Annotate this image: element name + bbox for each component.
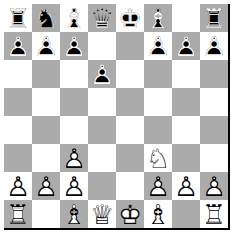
square-a2[interactable]: ♟♙ (4, 172, 32, 200)
black-pawn-outline-glyph: ♙ (200, 32, 228, 60)
square-b3[interactable] (32, 144, 60, 172)
square-h5[interactable] (200, 88, 228, 116)
square-f6[interactable] (144, 60, 172, 88)
square-g4[interactable] (172, 116, 200, 144)
white-king-outline-glyph: ♔ (116, 200, 144, 228)
piece-white-rook[interactable]: ♜♖ (200, 200, 228, 228)
white-bishop-outline-glyph: ♗ (60, 200, 88, 228)
square-b4[interactable] (32, 116, 60, 144)
piece-white-bishop[interactable]: ♝♗ (144, 200, 172, 228)
piece-white-pawn[interactable]: ♟♙ (172, 172, 200, 200)
white-bishop-outline-glyph: ♗ (144, 200, 172, 228)
square-d3[interactable] (88, 144, 116, 172)
square-d1[interactable]: ♛♕ (88, 200, 116, 228)
white-rook-outline-glyph: ♖ (200, 200, 228, 228)
piece-black-pawn[interactable]: ♟♙ (32, 32, 60, 60)
piece-white-bishop[interactable]: ♝♗ (60, 200, 88, 228)
square-g2[interactable]: ♟♙ (172, 172, 200, 200)
white-pawn-outline-glyph: ♙ (200, 172, 228, 200)
square-e5[interactable] (116, 88, 144, 116)
square-g1[interactable] (172, 200, 200, 228)
square-c5[interactable] (60, 88, 88, 116)
white-pawn-outline-glyph: ♙ (60, 172, 88, 200)
black-pawn-outline-glyph: ♙ (88, 60, 116, 88)
square-f8[interactable]: ♝♗ (144, 4, 172, 32)
white-queen-outline-glyph: ♕ (88, 200, 116, 228)
white-rook-outline-glyph: ♖ (4, 200, 32, 228)
square-e4[interactable] (116, 116, 144, 144)
square-a7[interactable]: ♟♙ (4, 32, 32, 60)
square-f1[interactable]: ♝♗ (144, 200, 172, 228)
piece-black-knight[interactable]: ♞♘ (32, 4, 60, 32)
white-knight-outline-glyph: ♘ (144, 144, 172, 172)
square-b6[interactable] (32, 60, 60, 88)
square-c6[interactable] (60, 60, 88, 88)
square-b5[interactable] (32, 88, 60, 116)
square-f3[interactable]: ♞♘ (144, 144, 172, 172)
square-a3[interactable] (4, 144, 32, 172)
piece-black-pawn[interactable]: ♟♙ (60, 32, 88, 60)
square-e3[interactable] (116, 144, 144, 172)
piece-white-pawn[interactable]: ♟♙ (32, 172, 60, 200)
piece-black-rook[interactable]: ♜♖ (200, 4, 228, 32)
square-e2[interactable] (116, 172, 144, 200)
square-f2[interactable]: ♟♙ (144, 172, 172, 200)
square-d7[interactable] (88, 32, 116, 60)
piece-white-pawn[interactable]: ♟♙ (4, 172, 32, 200)
square-h1[interactable]: ♜♖ (200, 200, 228, 228)
square-e6[interactable] (116, 60, 144, 88)
square-c8[interactable]: ♝♗ (60, 4, 88, 32)
square-e1[interactable]: ♚♔ (116, 200, 144, 228)
piece-white-pawn[interactable]: ♟♙ (144, 172, 172, 200)
square-d6[interactable]: ♟♙ (88, 60, 116, 88)
piece-black-queen[interactable]: ♛♕ (88, 4, 116, 32)
piece-black-pawn[interactable]: ♟♙ (172, 32, 200, 60)
square-e7[interactable] (116, 32, 144, 60)
square-c2[interactable]: ♟♙ (60, 172, 88, 200)
square-e8[interactable]: ♚♔ (116, 4, 144, 32)
black-pawn-outline-glyph: ♙ (32, 32, 60, 60)
square-g7[interactable]: ♟♙ (172, 32, 200, 60)
piece-white-queen[interactable]: ♛♕ (88, 200, 116, 228)
piece-black-king[interactable]: ♚♔ (116, 4, 144, 32)
piece-black-pawn[interactable]: ♟♙ (4, 32, 32, 60)
piece-white-rook[interactable]: ♜♖ (4, 200, 32, 228)
square-a6[interactable] (4, 60, 32, 88)
black-pawn-outline-glyph: ♙ (60, 32, 88, 60)
square-h4[interactable] (200, 116, 228, 144)
piece-white-pawn[interactable]: ♟♙ (200, 172, 228, 200)
square-h6[interactable] (200, 60, 228, 88)
square-b8[interactable]: ♞♘ (32, 4, 60, 32)
piece-black-bishop[interactable]: ♝♗ (144, 4, 172, 32)
square-f7[interactable]: ♟♙ (144, 32, 172, 60)
piece-white-pawn[interactable]: ♟♙ (60, 172, 88, 200)
square-a1[interactable]: ♜♖ (4, 200, 32, 228)
square-d2[interactable] (88, 172, 116, 200)
white-pawn-outline-glyph: ♙ (32, 172, 60, 200)
square-g6[interactable] (172, 60, 200, 88)
chess-board-container: ♜♖♞♘♝♗♛♕♚♔♝♗♜♖♟♙♟♙♟♙♟♙♟♙♟♙♟♙♟♙♞♘♟♙♟♙♟♙♟♙… (4, 4, 230, 230)
square-a5[interactable] (4, 88, 32, 116)
black-pawn-outline-glyph: ♙ (172, 32, 200, 60)
piece-black-pawn[interactable]: ♟♙ (200, 32, 228, 60)
piece-white-king[interactable]: ♚♔ (116, 200, 144, 228)
square-g5[interactable] (172, 88, 200, 116)
square-b7[interactable]: ♟♙ (32, 32, 60, 60)
black-pawn-outline-glyph: ♙ (144, 32, 172, 60)
piece-white-pawn[interactable]: ♟♙ (60, 144, 88, 172)
square-g8[interactable] (172, 4, 200, 32)
square-g3[interactable] (172, 144, 200, 172)
piece-black-pawn[interactable]: ♟♙ (88, 60, 116, 88)
square-f5[interactable] (144, 88, 172, 116)
square-h3[interactable] (200, 144, 228, 172)
black-rook-outline-glyph: ♖ (200, 4, 228, 32)
square-a8[interactable]: ♜♖ (4, 4, 32, 32)
square-f4[interactable] (144, 116, 172, 144)
square-h8[interactable]: ♜♖ (200, 4, 228, 32)
square-c3[interactable]: ♟♙ (60, 144, 88, 172)
square-b2[interactable]: ♟♙ (32, 172, 60, 200)
black-bishop-outline-glyph: ♗ (144, 4, 172, 32)
black-queen-outline-glyph: ♕ (88, 4, 116, 32)
black-king-outline-glyph: ♔ (116, 4, 144, 32)
square-c7[interactable]: ♟♙ (60, 32, 88, 60)
square-d8[interactable]: ♛♕ (88, 4, 116, 32)
square-d4[interactable] (88, 116, 116, 144)
square-a4[interactable] (4, 116, 32, 144)
square-b1[interactable] (32, 200, 60, 228)
black-pawn-outline-glyph: ♙ (4, 32, 32, 60)
square-c4[interactable] (60, 116, 88, 144)
piece-black-pawn[interactable]: ♟♙ (144, 32, 172, 60)
square-h2[interactable]: ♟♙ (200, 172, 228, 200)
white-pawn-outline-glyph: ♙ (4, 172, 32, 200)
square-d5[interactable] (88, 88, 116, 116)
piece-white-knight[interactable]: ♞♘ (144, 144, 172, 172)
chess-board: ♜♖♞♘♝♗♛♕♚♔♝♗♜♖♟♙♟♙♟♙♟♙♟♙♟♙♟♙♟♙♞♘♟♙♟♙♟♙♟♙… (4, 4, 230, 230)
square-h7[interactable]: ♟♙ (200, 32, 228, 60)
black-bishop-outline-glyph: ♗ (60, 4, 88, 32)
black-rook-outline-glyph: ♖ (4, 4, 32, 32)
white-pawn-outline-glyph: ♙ (60, 144, 88, 172)
piece-black-bishop[interactable]: ♝♗ (60, 4, 88, 32)
square-c1[interactable]: ♝♗ (60, 200, 88, 228)
black-knight-outline-glyph: ♘ (32, 4, 60, 32)
white-pawn-outline-glyph: ♙ (144, 172, 172, 200)
white-pawn-outline-glyph: ♙ (172, 172, 200, 200)
piece-black-rook[interactable]: ♜♖ (4, 4, 32, 32)
